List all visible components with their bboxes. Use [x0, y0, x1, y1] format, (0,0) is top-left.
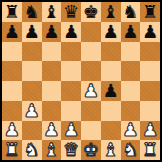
square-h1[interactable]: ♜ [140, 140, 160, 160]
square-e4[interactable]: ♟ [81, 81, 101, 101]
square-d2[interactable]: ♟ [61, 121, 81, 141]
white-pawn-piece: ♟ [4, 121, 20, 139]
square-e5[interactable] [81, 61, 101, 81]
square-g2[interactable]: ♟ [121, 121, 141, 141]
square-h8[interactable]: ♜ [140, 2, 160, 22]
black-bishop-piece: ♝ [103, 2, 119, 20]
square-b5[interactable] [22, 61, 42, 81]
square-g8[interactable]: ♞ [121, 2, 141, 22]
square-c6[interactable] [42, 42, 62, 62]
square-e6[interactable] [81, 42, 101, 62]
square-b4[interactable] [22, 81, 42, 101]
square-h4[interactable] [140, 81, 160, 101]
white-pawn-piece: ♟ [83, 81, 99, 99]
white-knight-piece: ♞ [24, 141, 40, 159]
black-knight-piece: ♞ [122, 2, 138, 20]
black-pawn-piece: ♟ [24, 22, 40, 40]
square-a5[interactable] [2, 61, 22, 81]
black-rook-piece: ♜ [4, 2, 20, 20]
black-pawn-piece: ♟ [122, 22, 138, 40]
white-bishop-piece: ♝ [103, 141, 119, 159]
square-c5[interactable] [42, 61, 62, 81]
square-a1[interactable]: ♜ [2, 140, 22, 160]
square-b2[interactable] [22, 121, 42, 141]
square-c2[interactable]: ♟ [42, 121, 62, 141]
black-pawn-piece: ♟ [103, 22, 119, 40]
square-b1[interactable]: ♞ [22, 140, 42, 160]
square-d4[interactable] [61, 81, 81, 101]
black-pawn-piece: ♟ [103, 81, 119, 99]
square-f4[interactable]: ♟ [101, 81, 121, 101]
square-g1[interactable]: ♞ [121, 140, 141, 160]
black-pawn-piece: ♟ [4, 22, 20, 40]
black-knight-piece: ♞ [24, 2, 40, 20]
chess-board-frame: ♜♞♝♛♚♝♞♜♟♟♟♟♟♟♟♟♟♟♟♟♟♟♟♜♞♝♛♚♝♞♜ [0, 0, 162, 162]
black-pawn-piece: ♟ [43, 22, 59, 40]
square-c7[interactable]: ♟ [42, 22, 62, 42]
square-g3[interactable] [121, 101, 141, 121]
square-b3[interactable]: ♟ [22, 101, 42, 121]
square-g6[interactable] [121, 42, 141, 62]
square-e8[interactable]: ♚ [81, 2, 101, 22]
square-a2[interactable]: ♟ [2, 121, 22, 141]
black-queen-piece: ♛ [63, 2, 79, 20]
square-c8[interactable]: ♝ [42, 2, 62, 22]
square-d7[interactable]: ♟ [61, 22, 81, 42]
square-a3[interactable] [2, 101, 22, 121]
square-d6[interactable] [61, 42, 81, 62]
black-bishop-piece: ♝ [43, 2, 59, 20]
white-pawn-piece: ♟ [63, 121, 79, 139]
square-f3[interactable] [101, 101, 121, 121]
white-rook-piece: ♜ [4, 141, 20, 159]
square-a6[interactable] [2, 42, 22, 62]
square-d5[interactable] [61, 61, 81, 81]
square-e3[interactable] [81, 101, 101, 121]
square-c3[interactable] [42, 101, 62, 121]
square-d1[interactable]: ♛ [61, 140, 81, 160]
white-bishop-piece: ♝ [43, 141, 59, 159]
square-e1[interactable]: ♚ [81, 140, 101, 160]
square-a4[interactable] [2, 81, 22, 101]
square-e2[interactable] [81, 121, 101, 141]
white-king-piece: ♚ [83, 141, 99, 159]
square-c4[interactable] [42, 81, 62, 101]
square-f8[interactable]: ♝ [101, 2, 121, 22]
square-b7[interactable]: ♟ [22, 22, 42, 42]
white-rook-piece: ♜ [142, 141, 158, 159]
square-f7[interactable]: ♟ [101, 22, 121, 42]
black-pawn-piece: ♟ [142, 22, 158, 40]
white-knight-piece: ♞ [122, 141, 138, 159]
square-a7[interactable]: ♟ [2, 22, 22, 42]
square-f2[interactable] [101, 121, 121, 141]
white-pawn-piece: ♟ [24, 101, 40, 119]
black-pawn-piece: ♟ [63, 22, 79, 40]
square-h7[interactable]: ♟ [140, 22, 160, 42]
square-f1[interactable]: ♝ [101, 140, 121, 160]
black-rook-piece: ♜ [142, 2, 158, 20]
black-king-piece: ♚ [83, 2, 99, 20]
square-b6[interactable] [22, 42, 42, 62]
white-queen-piece: ♛ [63, 141, 79, 159]
square-d8[interactable]: ♛ [61, 2, 81, 22]
square-c1[interactable]: ♝ [42, 140, 62, 160]
square-h2[interactable]: ♟ [140, 121, 160, 141]
square-a8[interactable]: ♜ [2, 2, 22, 22]
square-g5[interactable] [121, 61, 141, 81]
square-g4[interactable] [121, 81, 141, 101]
square-d3[interactable] [61, 101, 81, 121]
white-pawn-piece: ♟ [43, 121, 59, 139]
white-pawn-piece: ♟ [142, 121, 158, 139]
square-f6[interactable] [101, 42, 121, 62]
chess-board: ♜♞♝♛♚♝♞♜♟♟♟♟♟♟♟♟♟♟♟♟♟♟♟♜♞♝♛♚♝♞♜ [2, 2, 160, 160]
square-h6[interactable] [140, 42, 160, 62]
square-e7[interactable] [81, 22, 101, 42]
square-g7[interactable]: ♟ [121, 22, 141, 42]
square-h3[interactable] [140, 101, 160, 121]
square-b8[interactable]: ♞ [22, 2, 42, 22]
square-f5[interactable] [101, 61, 121, 81]
square-h5[interactable] [140, 61, 160, 81]
white-pawn-piece: ♟ [122, 121, 138, 139]
